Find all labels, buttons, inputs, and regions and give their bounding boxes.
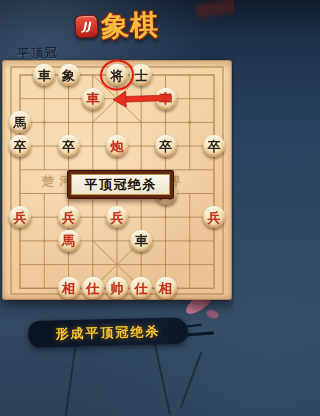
app-title: 象棋 xyxy=(100,6,159,46)
piece-red-chariot[interactable]: 車 xyxy=(82,88,104,110)
piece-char: 士 xyxy=(135,69,148,82)
branch-silhouette xyxy=(180,352,202,409)
piece-black-soldier[interactable]: 卒 xyxy=(203,135,225,157)
piece-black-horse[interactable]: 馬 xyxy=(9,111,31,133)
piece-black-soldier[interactable]: 卒 xyxy=(58,135,80,157)
piece-black-soldier[interactable]: 卒 xyxy=(9,135,31,157)
piece-red-horse[interactable]: 馬 xyxy=(58,230,80,252)
result-banner-text: 形成平顶冠绝杀 xyxy=(55,322,160,343)
piece-char: 車 xyxy=(159,92,172,105)
piece-red-soldier[interactable]: 兵 xyxy=(9,206,31,228)
pattern-label: 平顶冠 xyxy=(17,44,60,62)
xiangqi-board[interactable]: 楚河 汉界 JJ 象棋 車象将士馬卒卒卒卒車車車炮兵兵兵兵兵馬相仕帅仕相 平顶冠… xyxy=(2,60,232,300)
piece-black-advisor[interactable]: 士 xyxy=(130,64,152,86)
plaque-text: 平顶冠绝杀 xyxy=(84,176,157,194)
piece-char: 車 xyxy=(38,69,51,82)
piece-char: 兵 xyxy=(208,211,221,224)
piece-red-general[interactable]: 帅 xyxy=(106,277,128,299)
piece-char: 兵 xyxy=(62,211,75,224)
plaque-frame: 平顶冠绝杀 xyxy=(71,174,170,195)
piece-black-general[interactable]: 将 xyxy=(106,64,128,86)
piece-red-advisor[interactable]: 仕 xyxy=(82,277,104,299)
piece-char: 兵 xyxy=(111,211,124,224)
piece-char: 仕 xyxy=(135,282,148,295)
piece-char: 将 xyxy=(111,69,124,82)
app-header: JJ 象棋 xyxy=(0,7,234,45)
piece-char: 象 xyxy=(62,69,75,82)
piece-char: 車 xyxy=(135,234,148,247)
mate-pattern-plaque: 平顶冠绝杀 xyxy=(67,170,174,199)
piece-char: 相 xyxy=(159,282,172,295)
piece-char: 馬 xyxy=(14,116,27,129)
piece-char: 相 xyxy=(62,282,75,295)
piece-char: 馬 xyxy=(62,234,75,247)
piece-red-elephant[interactable]: 相 xyxy=(58,277,80,299)
piece-char: 卒 xyxy=(159,140,172,153)
piece-red-soldier[interactable]: 兵 xyxy=(58,206,80,228)
piece-char: 帅 xyxy=(111,282,124,295)
piece-char: 卒 xyxy=(14,140,27,153)
piece-char: 兵 xyxy=(14,211,27,224)
piece-red-soldier[interactable]: 兵 xyxy=(203,206,225,228)
piece-char: 卒 xyxy=(62,140,75,153)
piece-red-chariot[interactable]: 車 xyxy=(155,88,177,110)
piece-char: 仕 xyxy=(86,282,99,295)
piece-red-soldier[interactable]: 兵 xyxy=(106,206,128,228)
result-banner: 形成平顶冠绝杀 xyxy=(28,317,189,348)
piece-black-elephant[interactable]: 象 xyxy=(58,64,80,86)
piece-char: 卒 xyxy=(208,140,221,153)
branch-silhouette xyxy=(65,340,78,416)
piece-red-advisor[interactable]: 仕 xyxy=(130,277,152,299)
petal-decoration xyxy=(205,308,220,320)
jj-logo-icon: JJ xyxy=(74,14,98,38)
piece-black-chariot[interactable]: 車 xyxy=(130,230,152,252)
piece-char: 炮 xyxy=(111,140,124,153)
piece-black-soldier[interactable]: 卒 xyxy=(155,135,177,157)
piece-char: 車 xyxy=(86,92,99,105)
piece-black-chariot[interactable]: 車 xyxy=(33,64,55,86)
piece-red-elephant[interactable]: 相 xyxy=(155,277,177,299)
piece-red-cannon[interactable]: 炮 xyxy=(106,135,128,157)
